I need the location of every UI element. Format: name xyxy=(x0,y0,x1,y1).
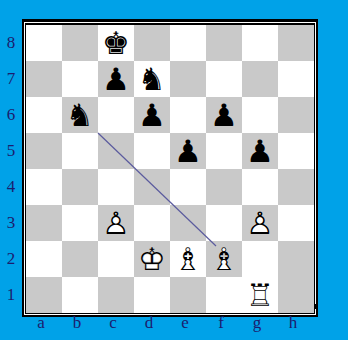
black-pawn: ♟ xyxy=(242,133,278,169)
square-a4[interactable] xyxy=(26,169,62,205)
square-h2[interactable] xyxy=(278,241,314,277)
chess-board: ♚♟♞♞♟♟♟♟♟♙♟♙♚♔♝♗♝♗♜♖ xyxy=(26,25,314,313)
square-h7[interactable] xyxy=(278,61,314,97)
file-labels: abcdefgh xyxy=(23,311,311,335)
square-h5[interactable] xyxy=(278,133,314,169)
chess-board-frame: ♚♟♞♞♟♟♟♟♟♙♟♙♚♔♝♗♝♗♜♖ xyxy=(22,19,318,317)
square-f3[interactable] xyxy=(206,205,242,241)
square-b3[interactable] xyxy=(62,205,98,241)
square-d7[interactable]: ♞ xyxy=(134,61,170,97)
black-king: ♚ xyxy=(98,25,134,61)
square-g6[interactable] xyxy=(242,97,278,133)
black-knight: ♞ xyxy=(134,61,170,97)
square-h4[interactable] xyxy=(278,169,314,205)
black-knight: ♞ xyxy=(62,97,98,133)
rank-label-7: 7 xyxy=(0,61,22,97)
rank-label-4: 4 xyxy=(0,169,22,205)
file-label-e: e xyxy=(167,311,203,335)
square-e3[interactable] xyxy=(170,205,206,241)
square-f8[interactable] xyxy=(206,25,242,61)
square-b8[interactable] xyxy=(62,25,98,61)
white-pawn: ♙ xyxy=(98,205,134,241)
square-c4[interactable] xyxy=(98,169,134,205)
rank-label-6: 6 xyxy=(0,97,22,133)
square-a7[interactable] xyxy=(26,61,62,97)
square-h1[interactable] xyxy=(278,277,314,313)
square-d6[interactable]: ♟ xyxy=(134,97,170,133)
square-g3[interactable]: ♟♙ xyxy=(242,205,278,241)
file-label-c: c xyxy=(95,311,131,335)
square-g2[interactable] xyxy=(242,241,278,277)
square-g1[interactable]: ♜♖ xyxy=(242,277,278,313)
square-g5[interactable]: ♟ xyxy=(242,133,278,169)
file-label-g: g xyxy=(239,311,275,335)
rank-label-1: 1 xyxy=(0,277,22,313)
white-rook: ♖ xyxy=(242,277,278,313)
square-d8[interactable] xyxy=(134,25,170,61)
square-c6[interactable] xyxy=(98,97,134,133)
white-king: ♔ xyxy=(134,241,170,277)
square-b1[interactable] xyxy=(62,277,98,313)
square-e1[interactable] xyxy=(170,277,206,313)
square-b4[interactable] xyxy=(62,169,98,205)
square-a8[interactable] xyxy=(26,25,62,61)
square-d4[interactable] xyxy=(134,169,170,205)
square-d5[interactable] xyxy=(134,133,170,169)
square-h8[interactable] xyxy=(278,25,314,61)
rank-label-8: 8 xyxy=(0,25,22,61)
file-label-d: d xyxy=(131,311,167,335)
square-d3[interactable] xyxy=(134,205,170,241)
square-h6[interactable] xyxy=(278,97,314,133)
black-pawn: ♟ xyxy=(134,97,170,133)
white-bishop: ♗ xyxy=(170,241,206,277)
white-bishop: ♗ xyxy=(206,241,242,277)
square-f7[interactable] xyxy=(206,61,242,97)
rank-label-2: 2 xyxy=(0,241,22,277)
square-c8[interactable]: ♚ xyxy=(98,25,134,61)
square-b6[interactable]: ♞ xyxy=(62,97,98,133)
square-a5[interactable] xyxy=(26,133,62,169)
black-pawn: ♟ xyxy=(206,97,242,133)
rank-label-5: 5 xyxy=(0,133,22,169)
square-f5[interactable] xyxy=(206,133,242,169)
square-c3[interactable]: ♟♙ xyxy=(98,205,134,241)
square-f4[interactable] xyxy=(206,169,242,205)
square-e5[interactable]: ♟ xyxy=(170,133,206,169)
square-e7[interactable] xyxy=(170,61,206,97)
square-e8[interactable] xyxy=(170,25,206,61)
square-a2[interactable] xyxy=(26,241,62,277)
square-g8[interactable] xyxy=(242,25,278,61)
square-g7[interactable] xyxy=(242,61,278,97)
square-a3[interactable] xyxy=(26,205,62,241)
square-b7[interactable] xyxy=(62,61,98,97)
rank-label-3: 3 xyxy=(0,205,22,241)
square-c5[interactable] xyxy=(98,133,134,169)
square-e4[interactable] xyxy=(170,169,206,205)
square-f1[interactable] xyxy=(206,277,242,313)
square-f6[interactable]: ♟ xyxy=(206,97,242,133)
black-pawn: ♟ xyxy=(170,133,206,169)
corner-mark xyxy=(314,304,318,309)
square-f2[interactable]: ♝♗ xyxy=(206,241,242,277)
square-h3[interactable] xyxy=(278,205,314,241)
square-b5[interactable] xyxy=(62,133,98,169)
white-pawn: ♙ xyxy=(242,205,278,241)
square-b2[interactable] xyxy=(62,241,98,277)
square-e2[interactable]: ♝♗ xyxy=(170,241,206,277)
square-e6[interactable] xyxy=(170,97,206,133)
black-pawn: ♟ xyxy=(98,61,134,97)
file-label-h: h xyxy=(275,311,311,335)
square-c7[interactable]: ♟ xyxy=(98,61,134,97)
rank-labels: 87654321 xyxy=(0,25,22,313)
square-g4[interactable] xyxy=(242,169,278,205)
file-label-a: a xyxy=(23,311,59,335)
square-d2[interactable]: ♚♔ xyxy=(134,241,170,277)
file-label-f: f xyxy=(203,311,239,335)
square-c2[interactable] xyxy=(98,241,134,277)
square-a6[interactable] xyxy=(26,97,62,133)
square-c1[interactable] xyxy=(98,277,134,313)
square-a1[interactable] xyxy=(26,277,62,313)
file-label-b: b xyxy=(59,311,95,335)
square-d1[interactable] xyxy=(134,277,170,313)
